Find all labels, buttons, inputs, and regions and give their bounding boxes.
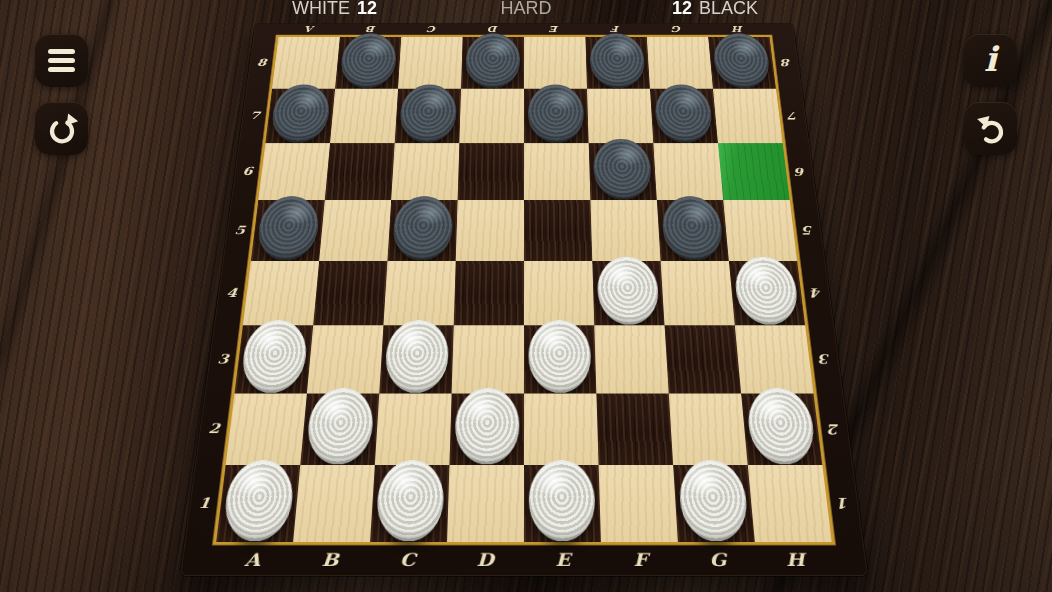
square-f6[interactable] bbox=[589, 143, 657, 200]
square-a6[interactable] bbox=[258, 143, 330, 200]
restart-button[interactable] bbox=[35, 102, 88, 155]
black-label: BLACK bbox=[699, 0, 758, 19]
square-c7[interactable] bbox=[395, 88, 461, 142]
square-a3[interactable] bbox=[235, 325, 314, 393]
square-h1[interactable] bbox=[748, 465, 832, 542]
square-a7[interactable] bbox=[265, 88, 335, 142]
square-g6[interactable] bbox=[653, 143, 723, 200]
square-e5[interactable] bbox=[524, 200, 592, 261]
black-piece-g7[interactable] bbox=[654, 85, 713, 143]
restart-icon bbox=[42, 109, 82, 149]
square-f5[interactable] bbox=[590, 200, 660, 261]
square-g5[interactable] bbox=[657, 200, 729, 261]
top-hud: WHITE 12 HARD 12 BLACK bbox=[0, 0, 1052, 19]
square-h6[interactable] bbox=[718, 143, 790, 200]
white-piece-e3[interactable] bbox=[529, 321, 591, 393]
black-piece-a7[interactable] bbox=[270, 85, 331, 143]
square-c6[interactable] bbox=[391, 143, 459, 200]
menu-button[interactable] bbox=[35, 34, 88, 87]
white-piece-b2[interactable] bbox=[306, 388, 375, 464]
undo-button[interactable] bbox=[964, 102, 1017, 155]
white-piece-a3[interactable] bbox=[240, 321, 309, 393]
undo-icon bbox=[971, 109, 1011, 149]
square-a4[interactable] bbox=[243, 261, 319, 325]
file-label-bottom-h: H bbox=[755, 545, 836, 575]
square-c2[interactable] bbox=[375, 393, 452, 465]
square-b5[interactable] bbox=[319, 200, 391, 261]
black-score: 12 BLACK bbox=[672, 0, 758, 19]
difficulty-label: HARD bbox=[0, 0, 1052, 19]
square-h5[interactable] bbox=[723, 200, 797, 261]
square-c8[interactable] bbox=[398, 37, 463, 89]
white-piece-h4[interactable] bbox=[733, 257, 800, 325]
square-f4[interactable] bbox=[592, 261, 664, 325]
black-piece-b8[interactable] bbox=[340, 33, 398, 88]
square-g3[interactable] bbox=[665, 325, 742, 393]
square-a5[interactable] bbox=[251, 200, 325, 261]
hamburger-icon bbox=[48, 49, 75, 72]
square-f3[interactable] bbox=[594, 325, 668, 393]
square-e6[interactable] bbox=[524, 143, 590, 200]
file-label-bottom-e: E bbox=[524, 545, 602, 575]
black-piece-a5[interactable] bbox=[256, 196, 321, 260]
square-h2[interactable] bbox=[741, 393, 822, 465]
black-piece-e7[interactable] bbox=[528, 85, 584, 143]
black-piece-d8[interactable] bbox=[465, 33, 519, 88]
file-label-top-e: E bbox=[524, 24, 585, 35]
square-b7[interactable] bbox=[330, 88, 398, 142]
square-b1[interactable] bbox=[293, 465, 375, 542]
file-label-top-a: A bbox=[279, 24, 341, 35]
square-e1[interactable] bbox=[524, 465, 601, 542]
square-b6[interactable] bbox=[325, 143, 395, 200]
square-b8[interactable] bbox=[335, 37, 401, 89]
file-label-bottom-f: F bbox=[601, 545, 680, 575]
square-d4[interactable] bbox=[454, 261, 524, 325]
square-f2[interactable] bbox=[596, 393, 673, 465]
square-a1[interactable] bbox=[216, 465, 300, 542]
square-g4[interactable] bbox=[661, 261, 735, 325]
square-e4[interactable] bbox=[524, 261, 594, 325]
square-b2[interactable] bbox=[300, 393, 379, 465]
file-label-bottom-b: B bbox=[290, 545, 370, 575]
square-f7[interactable] bbox=[587, 88, 653, 142]
white-piece-d2[interactable] bbox=[455, 388, 519, 464]
black-piece-c7[interactable] bbox=[399, 85, 456, 143]
square-c5[interactable] bbox=[387, 200, 457, 261]
square-e2[interactable] bbox=[524, 393, 599, 465]
square-c4[interactable] bbox=[383, 261, 455, 325]
white-piece-g1[interactable] bbox=[678, 460, 749, 541]
square-g8[interactable] bbox=[647, 37, 713, 89]
file-label-bottom-g: G bbox=[678, 545, 758, 575]
white-piece-a1[interactable] bbox=[222, 460, 296, 541]
board-frame: ABCDEFGH ABCDEFGH 87654321 87654321 bbox=[180, 23, 868, 576]
square-b4[interactable] bbox=[313, 261, 387, 325]
board-3d: ABCDEFGH ABCDEFGH 87654321 87654321 bbox=[180, 23, 868, 576]
square-g2[interactable] bbox=[669, 393, 748, 465]
board-grid bbox=[213, 35, 835, 545]
square-c1[interactable] bbox=[370, 465, 449, 542]
square-h7[interactable] bbox=[713, 88, 783, 142]
black-piece-f8[interactable] bbox=[590, 33, 646, 88]
square-d2[interactable] bbox=[449, 393, 524, 465]
file-label-bottom-c: C bbox=[368, 545, 447, 575]
square-d3[interactable] bbox=[452, 325, 524, 393]
file-label-bottom-d: D bbox=[446, 545, 524, 575]
white-piece-e1[interactable] bbox=[529, 460, 595, 541]
square-e3[interactable] bbox=[524, 325, 596, 393]
square-h8[interactable] bbox=[708, 37, 776, 89]
square-h4[interactable] bbox=[729, 261, 805, 325]
square-d5[interactable] bbox=[456, 200, 524, 261]
square-d8[interactable] bbox=[461, 37, 524, 89]
black-piece-h8[interactable] bbox=[712, 33, 771, 88]
file-label-top-c: C bbox=[401, 24, 463, 35]
white-piece-f4[interactable] bbox=[597, 257, 660, 325]
square-f8[interactable] bbox=[585, 37, 650, 89]
white-piece-c3[interactable] bbox=[384, 321, 449, 393]
square-e8[interactable] bbox=[524, 37, 587, 89]
square-a2[interactable] bbox=[226, 393, 307, 465]
file-label-bottom-a: A bbox=[212, 545, 293, 575]
square-c3[interactable] bbox=[379, 325, 453, 393]
info-icon: i bbox=[984, 42, 997, 76]
black-count: 12 bbox=[672, 0, 692, 19]
black-piece-c5[interactable] bbox=[392, 196, 453, 260]
square-g1[interactable] bbox=[673, 465, 755, 542]
square-d1[interactable] bbox=[447, 465, 524, 542]
square-b3[interactable] bbox=[307, 325, 384, 393]
square-h3[interactable] bbox=[735, 325, 814, 393]
square-a8[interactable] bbox=[272, 37, 340, 89]
black-piece-g5[interactable] bbox=[661, 196, 724, 260]
file-labels-top: ABCDEFGH bbox=[279, 24, 770, 35]
white-piece-c1[interactable] bbox=[376, 460, 445, 541]
square-g7[interactable] bbox=[650, 88, 718, 142]
black-piece-f6[interactable] bbox=[593, 139, 652, 200]
square-d7[interactable] bbox=[459, 88, 524, 142]
file-label-top-g: G bbox=[646, 24, 708, 35]
white-piece-h2[interactable] bbox=[746, 388, 817, 464]
square-e7[interactable] bbox=[524, 88, 589, 142]
info-button[interactable]: i bbox=[964, 34, 1017, 87]
square-d6[interactable] bbox=[458, 143, 524, 200]
square-f1[interactable] bbox=[599, 465, 678, 542]
app-background: WHITE 12 HARD 12 BLACK i ABCDEFGH ABCDEF… bbox=[0, 0, 1052, 592]
file-labels-bottom: ABCDEFGH bbox=[212, 545, 836, 575]
